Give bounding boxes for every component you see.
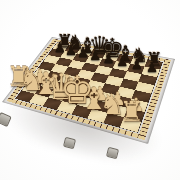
black-pawn[interactable]: ♟ [65,43,78,57]
black-pawn[interactable]: ♟ [116,54,129,68]
black-pawn[interactable]: ♟ [102,51,115,65]
black-pawn[interactable]: ♟ [77,45,90,59]
black-pawn[interactable]: ♟ [146,60,159,74]
white-rook[interactable]: ♜ [120,98,144,125]
black-pawn[interactable]: ♟ [130,57,143,71]
black-pawn[interactable]: ♟ [89,48,102,62]
chess-set-photo: ♜♞♝♛♚♝♞♜♟♟♟♟♟♟♟♟♟♟♟♟♟♟♟♟♜♞♝♛♚♝♞♜ [0,0,180,180]
